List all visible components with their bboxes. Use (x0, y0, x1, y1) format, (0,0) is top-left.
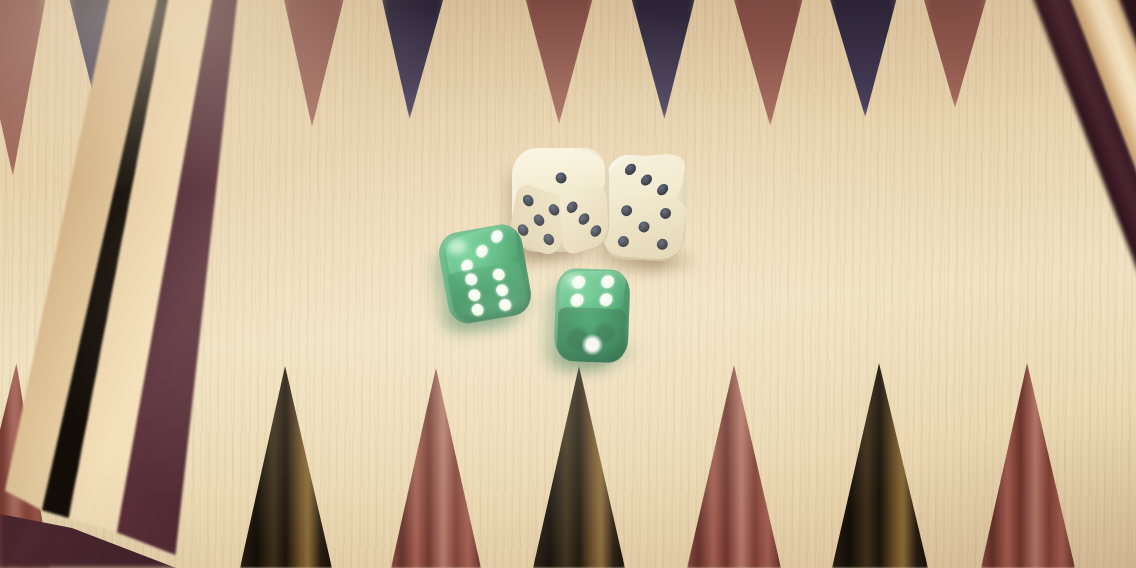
die-pip (620, 204, 632, 216)
right-rail (1022, 0, 1136, 474)
die-pip (467, 288, 481, 302)
die-pip (578, 212, 590, 226)
bottom-point-3-red (391, 368, 481, 568)
die-pip (640, 174, 653, 186)
die-pip (532, 212, 544, 227)
die-pip (470, 303, 484, 317)
die-pip (490, 229, 503, 244)
top-point-6-dark (628, 0, 698, 119)
top-point-5-red (522, 0, 596, 124)
die-pip (601, 275, 615, 288)
die-pip (566, 200, 578, 214)
die-pip (548, 202, 560, 217)
die-pip (555, 172, 566, 183)
backgammon-board-photo (0, 0, 1136, 568)
die-front-face (556, 307, 626, 363)
die-pip (571, 294, 585, 307)
green-die-left (436, 221, 535, 326)
die-pip (656, 184, 669, 196)
die-top-face (558, 270, 627, 312)
die-pip (659, 207, 671, 219)
ivory-die-left (512, 148, 609, 252)
green-die-right (553, 268, 630, 364)
die-pip (638, 221, 650, 233)
die-front-face (601, 193, 686, 261)
bottom-point-4-dark (533, 366, 625, 568)
die-pip (475, 244, 488, 259)
bottom-point-7-red (981, 363, 1075, 568)
die-pip (522, 193, 534, 208)
top-point-4-dark (379, 0, 447, 119)
die-pip (492, 268, 506, 282)
ivory-die-right (601, 154, 688, 262)
top-point-9-red (920, 0, 990, 108)
die-right-face (559, 181, 609, 256)
bottom-point-6-dark (832, 363, 928, 568)
die-pip (656, 238, 668, 250)
die-pip (617, 235, 629, 247)
die-pip (572, 276, 586, 289)
die-pip (495, 283, 509, 297)
die-pip (498, 298, 512, 312)
bottom-point-5-red (687, 365, 781, 568)
die-pip (599, 293, 613, 306)
top-point-8-dark (826, 0, 900, 117)
die-pip (543, 232, 555, 247)
die-pip (590, 223, 602, 237)
die-pip (464, 272, 478, 286)
die-pip (624, 164, 637, 176)
top-point-7-red (730, 0, 806, 126)
top-point-1-red (0, 0, 48, 176)
